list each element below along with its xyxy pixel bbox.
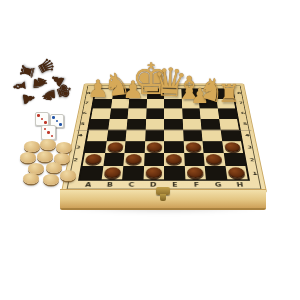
square-a6[interactable] (91, 108, 111, 118)
brown-checker-b3[interactable] (107, 142, 123, 152)
brass-clasp[interactable] (156, 187, 170, 195)
product-photo-scene: ABCDEFGH 87654321 87654321 ♟♞♟♚♛♝♟♞♜ ♜♛♝… (0, 0, 300, 300)
light-checker-1[interactable] (24, 141, 40, 152)
brown-checker-h1[interactable] (227, 167, 245, 178)
square-f5[interactable] (182, 119, 201, 130)
square-d1[interactable] (143, 166, 164, 180)
square-c3[interactable] (124, 141, 144, 153)
square-b1[interactable] (101, 166, 123, 180)
die-pip (41, 118, 44, 121)
square-e1[interactable] (164, 166, 185, 180)
square-h1[interactable] (225, 166, 248, 180)
light-checker-10[interactable] (43, 174, 59, 185)
square-h3[interactable] (222, 141, 243, 153)
square-g2[interactable] (204, 153, 225, 166)
square-b4[interactable] (106, 130, 126, 141)
square-c5[interactable] (127, 119, 146, 130)
square-d5[interactable] (145, 119, 164, 130)
square-f1[interactable] (184, 166, 206, 180)
square-c1[interactable] (122, 166, 144, 180)
square-b6[interactable] (109, 108, 128, 118)
square-d2[interactable] (144, 153, 164, 166)
square-b3[interactable] (105, 141, 126, 153)
square-c6[interactable] (127, 108, 146, 118)
square-f4[interactable] (183, 130, 203, 141)
light-checker-2[interactable] (40, 139, 56, 150)
rank-label-1: 1 (248, 167, 261, 181)
die-3[interactable] (41, 125, 56, 140)
die-pip (44, 128, 47, 131)
dark-pawn-in-pile[interactable]: ♟ (19, 91, 36, 107)
die-pip (52, 116, 55, 119)
square-g3[interactable] (202, 141, 223, 153)
square-h6[interactable] (217, 108, 237, 118)
rank-label-5: 5 (77, 119, 89, 130)
square-a5[interactable] (89, 119, 109, 130)
die-pip (56, 120, 59, 123)
rank-label-6: 6 (79, 108, 90, 119)
light-rook-h8[interactable]: ♜ (218, 81, 240, 106)
brown-checker-e2[interactable] (166, 154, 182, 164)
brown-checker-d1[interactable] (145, 167, 162, 178)
square-e5[interactable] (164, 119, 183, 130)
square-f2[interactable] (184, 153, 205, 166)
square-h2[interactable] (223, 153, 245, 166)
light-checker-5[interactable] (37, 151, 53, 162)
square-e3[interactable] (164, 141, 184, 153)
rank-label-6: 6 (238, 108, 249, 119)
square-c4[interactable] (126, 130, 146, 141)
light-checker-4[interactable] (20, 152, 36, 163)
square-f3[interactable] (183, 141, 203, 153)
square-e6[interactable] (164, 108, 182, 118)
square-g1[interactable] (205, 166, 227, 180)
light-checker-11[interactable] (60, 170, 76, 181)
brown-checker-h3[interactable] (224, 142, 241, 152)
light-checker-9[interactable] (23, 173, 39, 184)
square-b2[interactable] (103, 153, 124, 166)
square-f6[interactable] (182, 108, 201, 118)
square-a4[interactable] (87, 130, 108, 141)
square-g6[interactable] (200, 108, 219, 118)
square-g4[interactable] (201, 130, 221, 141)
rank-label-5: 5 (240, 119, 252, 130)
rank-label-3: 3 (244, 141, 256, 153)
die-pip (37, 114, 40, 117)
rank-label-4: 4 (242, 130, 254, 142)
brown-checker-c2[interactable] (126, 154, 143, 164)
square-e4[interactable] (164, 130, 183, 141)
square-a3[interactable] (85, 141, 106, 153)
square-d4[interactable] (145, 130, 164, 141)
box-front-edge (60, 189, 266, 210)
square-a1[interactable] (80, 166, 103, 180)
square-h4[interactable] (220, 130, 241, 141)
light-checker-8[interactable] (46, 162, 62, 173)
square-d6[interactable] (146, 108, 164, 118)
die-pip (59, 123, 62, 126)
brown-checker-g2[interactable] (206, 154, 223, 164)
square-d3[interactable] (144, 141, 164, 153)
square-c2[interactable] (123, 153, 144, 166)
die-pip (51, 135, 54, 138)
die-1[interactable] (35, 112, 49, 126)
die-pip (44, 121, 47, 124)
die-pip (47, 131, 50, 134)
rank-label-2: 2 (246, 154, 259, 167)
brown-checker-b1[interactable] (104, 167, 122, 178)
brown-checker-f3[interactable] (185, 142, 201, 152)
square-a2[interactable] (83, 153, 105, 166)
square-h5[interactable] (219, 119, 239, 130)
square-e2[interactable] (164, 153, 184, 166)
square-g5[interactable] (201, 119, 221, 130)
light-checker-3[interactable] (56, 142, 72, 153)
square-b5[interactable] (108, 119, 128, 130)
brown-checker-f1[interactable] (187, 167, 204, 178)
brown-checker-a2[interactable] (85, 154, 102, 164)
brown-checker-d3[interactable] (146, 142, 162, 152)
